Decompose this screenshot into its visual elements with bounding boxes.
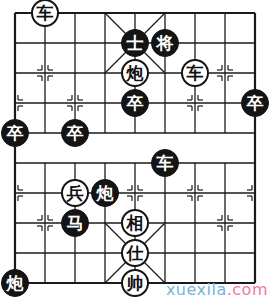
piece-black-soldier: 卒 — [1, 119, 29, 147]
piece-black-soldier: 卒 — [121, 89, 149, 117]
board-point: 车 — [180, 58, 210, 88]
board-point: 卒 — [120, 88, 150, 118]
board-point: 炮 — [90, 178, 120, 208]
piece-red-elephant: 相 — [121, 209, 149, 237]
piece-black-advisor: 士 — [121, 29, 149, 57]
piece-red-cannon: 炮 — [121, 59, 149, 87]
piece-black-soldier: 卒 — [61, 119, 89, 147]
piece-red-chariot: 车 — [31, 0, 59, 27]
piece-black-cannon: 炮 — [1, 269, 29, 297]
board-point: 炮 — [0, 268, 30, 298]
watermark-site: xuexila — [166, 280, 227, 299]
piece-red-chariot: 车 — [181, 59, 209, 87]
piece-red-soldier: 兵 — [61, 179, 89, 207]
piece-black-general: 将 — [151, 29, 179, 57]
board-point: 车 — [150, 148, 180, 178]
board-point: 仕 — [120, 238, 150, 268]
piece-black-soldier: 卒 — [241, 89, 269, 117]
piece-black-cannon: 炮 — [91, 179, 119, 207]
piece-black-chariot: 车 — [151, 149, 179, 177]
watermark: xuexila.com — [166, 280, 268, 299]
board-point: 兵 — [60, 178, 90, 208]
xiangqi-diagram: 车士将炮车卒卒卒卒车兵炮马相仕炮帅 xuexila.com — [0, 0, 270, 300]
piece-red-general: 帅 — [121, 269, 149, 297]
board-point: 士 — [120, 28, 150, 58]
board-point: 卒 — [0, 118, 30, 148]
piece-red-advisor: 仕 — [121, 239, 149, 267]
board-point: 将 — [150, 28, 180, 58]
board-point: 马 — [60, 208, 90, 238]
watermark-tld: .com — [227, 280, 268, 299]
board-point: 炮 — [120, 58, 150, 88]
piece-black-horse: 马 — [61, 209, 89, 237]
board-point: 车 — [30, 0, 60, 28]
pieces-layer: 车士将炮车卒卒卒卒车兵炮马相仕炮帅 — [0, 0, 270, 298]
board-point: 卒 — [60, 118, 90, 148]
board-point: 卒 — [240, 88, 270, 118]
board-point: 帅 — [120, 268, 150, 298]
board-point: 相 — [120, 208, 150, 238]
